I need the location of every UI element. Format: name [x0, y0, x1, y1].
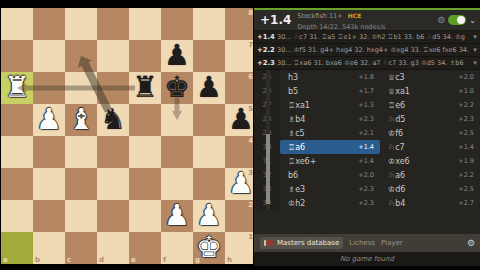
- white-move[interactable]: b5+1.7: [280, 84, 380, 98]
- pv-expand-caret-icon[interactable]: ▾: [470, 33, 480, 41]
- square-b7[interactable]: [33, 40, 65, 72]
- white-rook-piece[interactable]: ♜: [1, 72, 33, 104]
- explorer-gear-icon[interactable]: ⚙: [467, 238, 480, 248]
- square-b2[interactable]: [33, 200, 65, 232]
- move-row-30: 30♖a6+1.4♘c7+1.4: [254, 140, 480, 154]
- square-d3[interactable]: [97, 168, 129, 200]
- square-c5[interactable]: ♝: [65, 104, 97, 136]
- black-move[interactable]: ♖e6+2.2: [380, 98, 480, 112]
- square-e1[interactable]: e: [129, 232, 161, 264]
- black-move[interactable]: ♘a6+2.2: [380, 168, 480, 182]
- black-pawn-piece[interactable]: ♟: [193, 72, 225, 104]
- pv-line-3[interactable]: +2.330... ♖xa6 31. bxa6 ♔e6 32. a7 ♘c7 3…: [254, 57, 480, 70]
- black-move[interactable]: ♔d6+2.5: [380, 182, 480, 196]
- book-icon: [264, 240, 274, 246]
- square-d8[interactable]: [97, 8, 129, 40]
- square-h3[interactable]: 3♟: [225, 168, 253, 200]
- engine-toggle[interactable]: [448, 15, 466, 25]
- file-coordinate: a: [3, 256, 8, 264]
- square-g3[interactable]: [193, 168, 225, 200]
- square-c6[interactable]: [65, 72, 97, 104]
- move-row-33: 33♗e3+2.3♔d6+2.5: [254, 182, 480, 196]
- square-e5[interactable]: [129, 104, 161, 136]
- white-move[interactable]: ♗b4+2.3: [280, 112, 380, 126]
- square-f1[interactable]: f: [161, 232, 193, 264]
- file-coordinate: b: [35, 256, 40, 264]
- white-move[interactable]: ♖xa1+1.3: [280, 98, 380, 112]
- square-c7[interactable]: [65, 40, 97, 72]
- square-h1[interactable]: h1: [225, 232, 253, 264]
- square-b5[interactable]: ♟: [33, 104, 65, 136]
- move-list-scrollbar[interactable]: [266, 70, 270, 210]
- square-g1[interactable]: g♚: [193, 232, 225, 264]
- rank-coordinate: 8: [248, 9, 253, 17]
- pv-line-1[interactable]: +1.430... ♘c7 31. ♖a5 ♖e1+ 32. ♔h2 ♖b1 3…: [254, 31, 480, 44]
- black-pawn-piece[interactable]: ♟: [161, 40, 193, 72]
- move-row-32: 32b6+2.0♘a6+2.2: [254, 168, 480, 182]
- rank-coordinate: 2: [248, 201, 253, 209]
- file-coordinate: d: [99, 256, 104, 264]
- square-h8[interactable]: 8: [225, 8, 253, 40]
- move-row-25: 25h3+1.8♕c3+2.0: [254, 70, 480, 84]
- pv-lines: +1.430... ♘c7 31. ♖a5 ♖e1+ 32. ♔h2 ♖b1 3…: [254, 31, 480, 70]
- black-move[interactable]: ♘b4+2.7: [380, 196, 480, 210]
- pv-moves[interactable]: 30... ♖xa6 31. bxa6 ♔e6 32. a7 ♘c7 33. g…: [277, 59, 470, 67]
- move-row-28: 28♗b4+2.3♘d5+2.3: [254, 112, 480, 126]
- pv-expand-caret-icon[interactable]: ▾: [470, 46, 480, 54]
- square-f6[interactable]: ♚: [161, 72, 193, 104]
- square-g7[interactable]: [193, 40, 225, 72]
- square-h6[interactable]: 6: [225, 72, 253, 104]
- white-move[interactable]: b6+2.0: [280, 168, 380, 182]
- square-f5[interactable]: [161, 104, 193, 136]
- move-list: 25h3+1.8♕c3+2.026b5+1.7♕xa1+1.027♖xa1+1.…: [254, 70, 480, 210]
- rank-coordinate: 6: [248, 73, 253, 81]
- square-a2[interactable]: [1, 200, 33, 232]
- black-move[interactable]: ♕c3+2.0: [380, 70, 480, 84]
- square-b3[interactable]: [33, 168, 65, 200]
- square-g6[interactable]: ♟: [193, 72, 225, 104]
- square-d7[interactable]: [97, 40, 129, 72]
- square-a5[interactable]: [1, 104, 33, 136]
- engine-settings-gear-icon[interactable]: ⚙: [437, 15, 445, 25]
- square-e2[interactable]: [129, 200, 161, 232]
- square-g4[interactable]: [193, 136, 225, 168]
- engine-badge: HCE: [348, 12, 362, 19]
- square-d4[interactable]: [97, 136, 129, 168]
- square-e8[interactable]: [129, 8, 161, 40]
- square-h2[interactable]: 2: [225, 200, 253, 232]
- square-d1[interactable]: d: [97, 232, 129, 264]
- explorer-tab-masters-database[interactable]: Masters database: [260, 237, 343, 249]
- white-move[interactable]: ♖xe6++1.4: [280, 154, 380, 168]
- square-f2[interactable]: ♟: [161, 200, 193, 232]
- move-row-29: 29♗c5+2.1♔f6+2.5: [254, 126, 480, 140]
- black-rook-piece[interactable]: ♜: [129, 72, 161, 104]
- engine-eval: +1.4: [254, 13, 297, 27]
- square-h7[interactable]: 7: [225, 40, 253, 72]
- pv-expand-caret-icon[interactable]: ▾: [470, 59, 480, 67]
- pv-eval: +2.3: [254, 59, 277, 67]
- chevron-down-icon[interactable]: ⌄: [469, 16, 476, 25]
- square-a6[interactable]: ♜: [1, 72, 33, 104]
- square-f8[interactable]: [161, 8, 193, 40]
- square-a4[interactable]: [1, 136, 33, 168]
- black-knight-piece[interactable]: ♞: [97, 104, 129, 136]
- square-a7[interactable]: [1, 40, 33, 72]
- board-clip: 8♟7♜♜♚♟6♟♝♞5♟43♟♟♟2abcdefg♚h1: [1, 8, 253, 266]
- explorer-message: No game found: [340, 255, 394, 263]
- explorer-tab-player[interactable]: Player: [381, 239, 403, 247]
- move-row-31: 31♖xe6++1.4♔xe6+1.9: [254, 154, 480, 168]
- square-h4[interactable]: 4: [225, 136, 253, 168]
- engine-name: Stockfish 11+: [297, 12, 342, 20]
- pv-moves[interactable]: 30... ♘c7 31. ♖a5 ♖e1+ 32. ♔h2 ♖b1 33. b…: [277, 33, 470, 41]
- file-coordinate: g: [195, 256, 200, 264]
- rank-coordinate: 1: [248, 233, 253, 241]
- engine-depth: Depth 14/22, 543k nodes/s: [297, 23, 385, 31]
- black-king-piece[interactable]: ♚: [161, 72, 193, 104]
- file-coordinate: f: [163, 256, 166, 264]
- pv-moves[interactable]: 30... ♔f5 31. g4+ hxg4 32. hxg4+ ♔xg4 33…: [277, 46, 470, 54]
- rank-coordinate: 7: [248, 41, 253, 49]
- square-c4[interactable]: [65, 136, 97, 168]
- square-g2[interactable]: ♟: [193, 200, 225, 232]
- pv-line-2[interactable]: +2.230... ♔f5 31. g4+ hxg4 32. hxg4+ ♔xg…: [254, 44, 480, 57]
- scrollbar-thumb[interactable]: [266, 134, 270, 204]
- file-coordinate: c: [67, 256, 71, 264]
- rank-coordinate: 5: [248, 105, 253, 113]
- square-e6[interactable]: ♜: [129, 72, 161, 104]
- white-move[interactable]: ♗c5+2.1: [280, 126, 380, 140]
- black-move[interactable]: ♕xa1+1.0: [380, 84, 480, 98]
- white-move[interactable]: h3+1.8: [280, 70, 380, 84]
- move-row-27: 27♖xa1+1.3♖e6+2.2: [254, 98, 480, 112]
- file-coordinate: h: [227, 256, 232, 264]
- square-a3[interactable]: [1, 168, 33, 200]
- pv-eval: +2.2: [254, 46, 277, 54]
- square-h5[interactable]: 5♟: [225, 104, 253, 136]
- white-move[interactable]: ♖a6+1.4: [280, 140, 380, 154]
- white-bishop-piece[interactable]: ♝: [65, 104, 97, 136]
- square-d6[interactable]: [97, 72, 129, 104]
- white-pawn-piece[interactable]: ♟: [33, 104, 65, 136]
- square-c2[interactable]: [65, 200, 97, 232]
- engine-header: +1.4 Stockfish 11+ HCE Depth 14/22, 543k…: [254, 10, 480, 31]
- toggle-knob: [457, 16, 465, 24]
- move-row-34: 34♔h2+2.3♘b4+2.7: [254, 196, 480, 210]
- white-pawn-piece[interactable]: ♟: [161, 200, 193, 232]
- square-c8[interactable]: [65, 8, 97, 40]
- square-a1[interactable]: a: [1, 232, 33, 264]
- square-c3[interactable]: [65, 168, 97, 200]
- square-d2[interactable]: [97, 200, 129, 232]
- pv-eval: +1.4: [254, 33, 277, 41]
- engine-meta: Stockfish 11+ HCE Depth 14/22, 543k node…: [297, 9, 437, 31]
- white-move[interactable]: ♗e3+2.3: [280, 182, 380, 196]
- move-row-26: 26b5+1.7♕xa1+1.0: [254, 84, 480, 98]
- square-e4[interactable]: [129, 136, 161, 168]
- black-move[interactable]: ♔xe6+1.9: [380, 154, 480, 168]
- black-move[interactable]: ♔f6+2.5: [380, 126, 480, 140]
- white-move[interactable]: ♔h2+2.3: [280, 196, 380, 210]
- rank-coordinate: 3: [248, 169, 253, 177]
- square-e7[interactable]: [129, 40, 161, 72]
- square-b4[interactable]: [33, 136, 65, 168]
- board[interactable]: 8♟7♜♜♚♟6♟♝♞5♟43♟♟♟2abcdefg♚h1: [1, 8, 253, 264]
- square-c1[interactable]: c: [65, 232, 97, 264]
- square-g5[interactable]: [193, 104, 225, 136]
- black-move[interactable]: ♘c7+1.4: [380, 140, 480, 154]
- square-a8[interactable]: [1, 8, 33, 40]
- square-f3[interactable]: [161, 168, 193, 200]
- square-g8[interactable]: [193, 8, 225, 40]
- black-move[interactable]: ♘d5+2.3: [380, 112, 480, 126]
- square-b8[interactable]: [33, 8, 65, 40]
- rank-coordinate: 4: [248, 137, 253, 145]
- square-f7[interactable]: ♟: [161, 40, 193, 72]
- file-coordinate: e: [131, 256, 136, 264]
- white-pawn-piece[interactable]: ♟: [193, 200, 225, 232]
- engine-panel: +1.4 Stockfish 11+ HCE Depth 14/22, 543k…: [254, 8, 480, 266]
- square-b1[interactable]: b: [33, 232, 65, 264]
- square-f4[interactable]: [161, 136, 193, 168]
- square-b6[interactable]: [33, 72, 65, 104]
- square-d5[interactable]: ♞: [97, 104, 129, 136]
- explorer-tab-lichess[interactable]: Lichess: [349, 239, 375, 247]
- square-e3[interactable]: [129, 168, 161, 200]
- explorer-message-bar: No game found: [254, 252, 480, 266]
- explorer-tab-bar: Masters databaseLichessPlayer⚙: [254, 234, 480, 252]
